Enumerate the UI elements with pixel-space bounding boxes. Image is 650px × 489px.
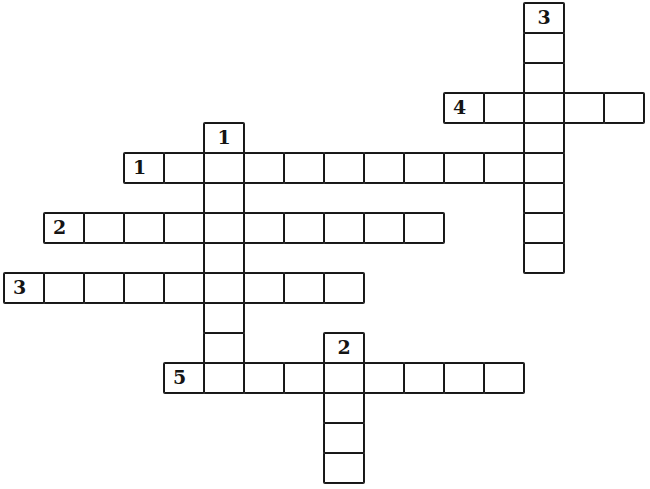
clue-number: 2 (53, 218, 66, 237)
crossword-cell[interactable]: 5 (164, 363, 204, 393)
crossword-cell[interactable] (204, 363, 244, 393)
clue-number: 3 (13, 278, 26, 297)
crossword-cell[interactable] (324, 213, 364, 243)
crossword-cell[interactable] (324, 423, 364, 453)
crossword-cell[interactable] (564, 93, 604, 123)
crossword-cell[interactable] (404, 153, 444, 183)
crossword-cell[interactable] (244, 213, 284, 243)
crossword-cell[interactable] (204, 333, 244, 363)
crossword-cell[interactable] (604, 93, 644, 123)
crossword-cell[interactable] (364, 363, 404, 393)
crossword-cell[interactable] (484, 363, 524, 393)
crossword-cell[interactable] (204, 273, 244, 303)
clue-number: 5 (173, 368, 186, 387)
crossword-cell[interactable] (284, 273, 324, 303)
clue-number: 3 (537, 8, 550, 27)
crossword-cell[interactable] (84, 273, 124, 303)
crossword-cell[interactable] (204, 213, 244, 243)
crossword-cell[interactable] (204, 243, 244, 273)
clue-number: 2 (337, 338, 350, 357)
crossword-cell[interactable] (524, 213, 564, 243)
crossword-cell[interactable] (524, 33, 564, 63)
crossword-cell[interactable] (84, 213, 124, 243)
clue-number: 1 (217, 128, 230, 147)
crossword-cell[interactable] (284, 213, 324, 243)
crossword-cell[interactable] (524, 153, 564, 183)
crossword-cell[interactable] (164, 153, 204, 183)
crossword-cell[interactable] (364, 153, 404, 183)
crossword-cell[interactable] (484, 93, 524, 123)
crossword-cell[interactable]: 1 (124, 153, 164, 183)
crossword-cell[interactable] (164, 273, 204, 303)
clue-number: 1 (133, 158, 146, 177)
crossword-cell[interactable] (524, 183, 564, 213)
crossword-cell[interactable] (524, 123, 564, 153)
crossword-grid: 34112325 (4, 3, 644, 483)
crossword-cell[interactable] (444, 363, 484, 393)
crossword-cell[interactable] (324, 273, 364, 303)
crossword-cell[interactable] (244, 153, 284, 183)
crossword-cell[interactable] (124, 213, 164, 243)
crossword-cell[interactable] (524, 243, 564, 273)
crossword-cell[interactable]: 3 (4, 273, 44, 303)
crossword-cell[interactable]: 2 (324, 333, 364, 363)
crossword-cell[interactable]: 3 (524, 3, 564, 33)
crossword-cell[interactable]: 1 (204, 123, 244, 153)
crossword-cell[interactable] (204, 183, 244, 213)
crossword-cell[interactable] (404, 213, 444, 243)
crossword-cell[interactable] (324, 453, 364, 483)
crossword-cell[interactable] (524, 93, 564, 123)
crossword-cell[interactable] (324, 393, 364, 423)
crossword-cell[interactable] (284, 153, 324, 183)
crossword-cell[interactable] (244, 363, 284, 393)
crossword-cell[interactable] (404, 363, 444, 393)
crossword-page: 34112325 (0, 0, 650, 489)
crossword-cell[interactable] (324, 153, 364, 183)
clue-number: 4 (453, 98, 466, 117)
crossword-cell[interactable]: 4 (444, 93, 484, 123)
crossword-cell[interactable] (204, 303, 244, 333)
crossword-cell[interactable] (324, 363, 364, 393)
crossword-cell[interactable] (524, 63, 564, 93)
crossword-cell[interactable] (204, 153, 244, 183)
crossword-cell[interactable] (244, 273, 284, 303)
crossword-cell[interactable] (364, 213, 404, 243)
crossword-cell[interactable] (284, 363, 324, 393)
crossword-cell[interactable] (484, 153, 524, 183)
crossword-cell[interactable] (44, 273, 84, 303)
crossword-cell[interactable] (164, 213, 204, 243)
crossword-cell[interactable]: 2 (44, 213, 84, 243)
crossword-cell[interactable] (124, 273, 164, 303)
crossword-cell[interactable] (444, 153, 484, 183)
